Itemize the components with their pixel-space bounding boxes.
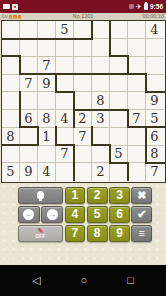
cell-r9c7[interactable] <box>110 163 128 181</box>
cell-r5c5[interactable] <box>74 92 92 110</box>
cell-r7c9[interactable]: 6 <box>146 127 164 145</box>
given-digit: 5 <box>150 112 158 125</box>
given-digit: 6 <box>24 112 32 125</box>
keypad-row-1: 1 2 3 ✖ <box>18 187 154 204</box>
cell-r5c3[interactable] <box>38 92 56 110</box>
cell-r8c5[interactable] <box>74 145 92 163</box>
undo-button[interactable]: ← <box>18 206 40 223</box>
given-digit: 7 <box>78 130 86 143</box>
pencil-state-label: OFF <box>36 234 46 239</box>
pencil-icon: ✎ <box>38 227 44 234</box>
digit-button-9[interactable]: 9 <box>109 225 130 242</box>
cell-r9c6[interactable]: 2 <box>92 163 110 181</box>
grid: 54779896842375817675859427 <box>1 20 166 183</box>
cell-r8c4[interactable]: 7 <box>56 145 74 163</box>
cell-r8c3[interactable] <box>38 145 56 163</box>
cell-r2c5[interactable] <box>74 39 92 57</box>
cell-r8c6[interactable] <box>92 145 110 163</box>
cell-r2c6[interactable] <box>92 39 110 57</box>
cell-r5c4[interactable] <box>56 92 74 110</box>
recents-icon[interactable]: □ <box>127 265 134 296</box>
cell-r9c2[interactable]: 9 <box>20 163 38 181</box>
cell-r4c3[interactable]: 9 <box>38 74 56 92</box>
cell-r6c3[interactable]: 8 <box>38 110 56 128</box>
given-digit: 9 <box>150 94 158 107</box>
cell-r5c6[interactable]: 8 <box>92 92 110 110</box>
given-digit: 4 <box>42 165 50 178</box>
cell-r3c4[interactable] <box>56 56 74 74</box>
given-digit: 7 <box>60 147 68 160</box>
cell-r1c6[interactable] <box>92 21 110 39</box>
given-digit: 7 <box>150 165 158 178</box>
given-digit: 5 <box>114 147 122 160</box>
cell-r6c6[interactable]: 3 <box>92 110 110 128</box>
cell-r3c7[interactable] <box>110 56 128 74</box>
given-digit: 9 <box>42 77 50 90</box>
cell-r3c5[interactable] <box>74 56 92 74</box>
cell-r4c8[interactable] <box>128 74 146 92</box>
cell-r7c6[interactable] <box>92 127 110 145</box>
cell-r3c9[interactable] <box>146 56 164 74</box>
cell-r7c7[interactable] <box>110 127 128 145</box>
cell-r5c1[interactable] <box>2 92 20 110</box>
digit-button-1[interactable]: 1 <box>65 187 86 204</box>
status-clock: 9:56 <box>150 3 163 10</box>
cell-r4c5[interactable] <box>74 74 92 92</box>
bulb-icon <box>37 191 44 199</box>
airplane-mode-icon: ✈ <box>136 3 142 10</box>
cell-r6c4[interactable]: 4 <box>56 110 74 128</box>
digit-button-2[interactable]: 2 <box>87 187 108 204</box>
digit-button-4[interactable]: 4 <box>65 206 86 223</box>
cell-r2c9[interactable] <box>146 39 164 57</box>
given-digit: 3 <box>96 112 104 125</box>
erase-x-icon: ✖ <box>137 190 146 201</box>
cell-r2c7[interactable] <box>110 39 128 57</box>
back-icon[interactable]: ◁ <box>32 265 40 296</box>
given-digit: 9 <box>24 165 32 178</box>
battery-icon <box>144 3 148 10</box>
redo-button[interactable]: → <box>41 206 63 223</box>
given-digit: 8 <box>6 130 14 143</box>
cell-r1c2[interactable] <box>20 21 38 39</box>
play-area: 54779896842375817675859427 1 2 3 ✖ ← → 4… <box>0 20 166 265</box>
cell-r4c6[interactable] <box>92 74 110 92</box>
cell-r6c8[interactable]: 7 <box>128 110 146 128</box>
cell-r8c1[interactable] <box>2 145 20 163</box>
cell-r5c9[interactable]: 9 <box>146 92 164 110</box>
cell-r1c7[interactable] <box>110 21 128 39</box>
cell-r7c3[interactable]: 1 <box>38 127 56 145</box>
confirm-button[interactable]: ✔ <box>131 206 152 223</box>
menu-bars-icon: ≡ <box>139 228 145 239</box>
cell-r4c7[interactable] <box>110 74 128 92</box>
check-icon: ✔ <box>137 209 146 220</box>
cell-r1c5[interactable] <box>74 21 92 39</box>
puzzle-number: No.1201 <box>0 13 166 20</box>
cell-r8c7[interactable]: 5 <box>110 145 128 163</box>
cell-r8c8[interactable] <box>128 145 146 163</box>
given-digit: 4 <box>150 23 158 36</box>
cell-r3c3[interactable]: 7 <box>38 56 56 74</box>
cell-r1c4[interactable]: 5 <box>56 21 74 39</box>
given-digit: 6 <box>150 130 158 143</box>
android-nav-bar: ◁ ○ □ <box>0 265 166 296</box>
cell-r4c2[interactable]: 7 <box>20 74 38 92</box>
given-digit: 8 <box>96 94 104 107</box>
cell-r7c5[interactable]: 7 <box>74 127 92 145</box>
digit-button-3[interactable]: 3 <box>109 187 130 204</box>
cell-r9c3[interactable]: 4 <box>38 163 56 181</box>
cell-r6c9[interactable]: 5 <box>146 110 164 128</box>
cell-r9c5[interactable] <box>74 163 92 181</box>
undo-arrow-icon: ← <box>23 209 34 220</box>
cell-r2c4[interactable] <box>56 39 74 57</box>
cell-r2c3[interactable] <box>38 39 56 57</box>
cell-r3c8[interactable] <box>128 56 146 74</box>
cell-r5c2[interactable] <box>20 92 38 110</box>
cell-r3c6[interactable] <box>92 56 110 74</box>
cell-r1c3[interactable] <box>38 21 56 39</box>
cell-r8c2[interactable] <box>20 145 38 163</box>
cell-r4c4[interactable] <box>56 74 74 92</box>
cell-r9c4[interactable] <box>56 163 74 181</box>
hint-button[interactable] <box>18 187 63 204</box>
cell-r9c9[interactable]: 7 <box>146 163 164 181</box>
pencil-mode-button[interactable]: ✎ OFF <box>18 225 63 242</box>
cell-r2c1[interactable] <box>2 39 20 57</box>
given-digit: 4 <box>60 112 68 125</box>
keypad-row-2: ← → 4 5 6 ✔ <box>18 206 154 223</box>
cell-r4c9[interactable] <box>146 74 164 92</box>
given-digit: 5 <box>60 23 68 36</box>
cell-r7c1[interactable]: 8 <box>2 127 20 145</box>
cell-r3c1[interactable] <box>2 56 20 74</box>
given-digit: 2 <box>78 112 86 125</box>
cell-r7c8[interactable] <box>128 127 146 145</box>
digit-button-5[interactable]: 5 <box>87 206 108 223</box>
digit-button-8[interactable]: 8 <box>87 225 108 242</box>
keypad: 1 2 3 ✖ ← → 4 5 6 ✔ ✎ OFF 7 8 9 <box>18 187 154 242</box>
given-digit: 5 <box>6 165 14 178</box>
digit-button-7[interactable]: 7 <box>65 225 86 242</box>
redo-arrow-icon: → <box>47 209 58 220</box>
digit-button-6[interactable]: 6 <box>109 206 130 223</box>
erase-button[interactable]: ✖ <box>131 187 152 204</box>
cell-r1c9[interactable]: 4 <box>146 21 164 39</box>
cell-r7c4[interactable] <box>56 127 74 145</box>
notification-message-icon <box>3 4 10 9</box>
network-status-icon <box>129 4 134 9</box>
given-digit: 1 <box>42 130 50 143</box>
cell-r5c7[interactable] <box>110 92 128 110</box>
cell-r5c8[interactable] <box>128 92 146 110</box>
cell-r6c1[interactable] <box>2 110 20 128</box>
menu-button[interactable]: ≡ <box>131 225 152 242</box>
status-bar: ✈ 9:56 <box>0 0 166 13</box>
cell-r6c7[interactable] <box>110 110 128 128</box>
given-digit: 7 <box>42 59 50 72</box>
cell-r9c8[interactable] <box>128 163 146 181</box>
given-digit: 7 <box>24 77 32 90</box>
cell-r1c8[interactable] <box>128 21 146 39</box>
cell-r6c5[interactable]: 2 <box>74 110 92 128</box>
cell-r1c1[interactable] <box>2 21 20 39</box>
cell-r2c8[interactable] <box>128 39 146 57</box>
cell-r3c2[interactable] <box>20 56 38 74</box>
cell-r2c2[interactable] <box>20 39 38 57</box>
given-digit: 7 <box>132 112 140 125</box>
cell-r7c2[interactable] <box>20 127 38 145</box>
keypad-row-3: ✎ OFF 7 8 9 ≡ <box>18 225 154 242</box>
notification-app-icon <box>12 4 18 10</box>
cell-r4c1[interactable] <box>2 74 20 92</box>
cell-r9c1[interactable]: 5 <box>2 163 20 181</box>
home-icon[interactable]: ○ <box>81 265 88 296</box>
given-digit: 8 <box>150 147 158 160</box>
phone-screen: ✈ 9:56 Lv No.1201 00:00:10 5477989684237… <box>0 0 166 296</box>
cell-r6c2[interactable]: 6 <box>20 110 38 128</box>
given-digit: 2 <box>96 165 104 178</box>
cell-r8c9[interactable]: 8 <box>146 145 164 163</box>
given-digit: 8 <box>42 112 50 125</box>
game-header: Lv No.1201 00:00:10 <box>0 13 166 20</box>
